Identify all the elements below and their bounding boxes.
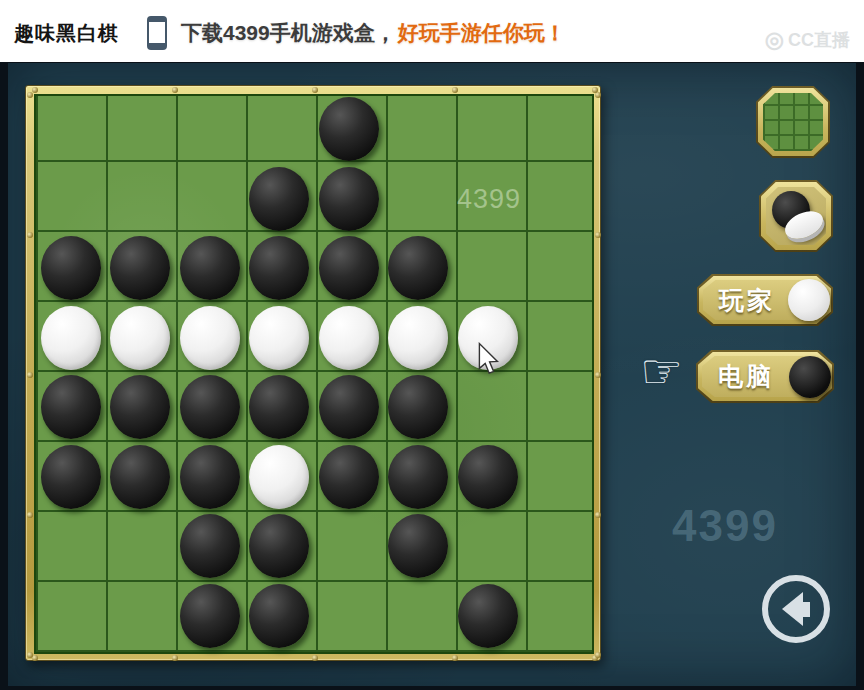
cell-r4c5[interactable]: [314, 305, 384, 375]
frame-rivet: [32, 655, 38, 661]
black-piece: [319, 97, 379, 161]
black-piece: [388, 375, 448, 439]
black-piece: [249, 514, 309, 578]
cell-r3c6[interactable]: [384, 235, 454, 305]
mouse-cursor: [477, 342, 503, 376]
white-piece: [180, 306, 240, 370]
frame-rivet: [27, 652, 33, 658]
cell-r5c8[interactable]: [523, 374, 593, 444]
cell-r8c1[interactable]: [36, 583, 106, 653]
cell-r3c3[interactable]: [175, 235, 245, 305]
othello-board: [34, 94, 594, 654]
cell-r8c4[interactable]: [245, 583, 315, 653]
black-piece: [319, 236, 379, 300]
game-stage: 4399 玩家 ☞ 电脑 4399: [8, 63, 856, 686]
frame-rivet: [172, 87, 178, 93]
cell-r7c8[interactable]: [523, 513, 593, 583]
cell-r7c6[interactable]: [384, 513, 454, 583]
white-piece: [249, 306, 309, 370]
discs-icon: [766, 187, 826, 245]
cell-r6c7[interactable]: [453, 444, 523, 514]
frame-rivet: [172, 655, 178, 661]
cell-r8c2[interactable]: [106, 583, 176, 653]
frame-rivet: [595, 652, 601, 658]
mini-board-icon: [763, 93, 823, 151]
black-piece: [458, 584, 518, 648]
black-piece: [41, 445, 101, 509]
promo-text: 下载4399手机游戏盒，: [181, 19, 396, 47]
black-piece: [249, 236, 309, 300]
black-piece: [249, 375, 309, 439]
cell-r2c1[interactable]: [36, 166, 106, 236]
cell-r3c2[interactable]: [106, 235, 176, 305]
board-frame: 4399: [25, 85, 601, 661]
cell-r1c3[interactable]: [175, 96, 245, 166]
cell-r4c2[interactable]: [106, 305, 176, 375]
frame-rivet: [452, 655, 458, 661]
black-piece: [41, 375, 101, 439]
cell-r1c6[interactable]: [384, 96, 454, 166]
black-piece: [180, 445, 240, 509]
cell-r6c5[interactable]: [314, 444, 384, 514]
cc-live-watermark: ◎ CC直播: [765, 28, 850, 52]
cell-r3c4[interactable]: [245, 235, 315, 305]
top-bar: 趣味黑白棋 下载4399手机游戏盒， 好玩手游任你玩！ ◎ CC直播: [0, 0, 864, 62]
cell-r8c5[interactable]: [314, 583, 384, 653]
frame-rivet: [312, 655, 318, 661]
promo-text-highlight: 好玩手游任你玩！: [398, 19, 566, 47]
frame-rivet: [27, 512, 33, 518]
cell-r2c8[interactable]: [523, 166, 593, 236]
black-piece: [388, 445, 448, 509]
white-piece: [110, 306, 170, 370]
black-piece: [388, 236, 448, 300]
cell-r8c8[interactable]: [523, 583, 593, 653]
computer-button[interactable]: 电脑: [696, 350, 834, 403]
frame-rivet: [27, 92, 33, 98]
frame-rivet: [27, 372, 33, 378]
frame-rivet: [595, 232, 601, 238]
cell-r3c8[interactable]: [523, 235, 593, 305]
cell-r5c5[interactable]: [314, 374, 384, 444]
computer-label: 电脑: [718, 360, 774, 393]
cell-r7c4[interactable]: [245, 513, 315, 583]
frame-rivet: [595, 92, 601, 98]
cell-r8c7[interactable]: [453, 583, 523, 653]
black-piece: [110, 236, 170, 300]
cell-r7c7[interactable]: [453, 513, 523, 583]
white-piece: [41, 306, 101, 370]
player-white-disc-icon: [788, 279, 830, 321]
cell-r2c5[interactable]: [314, 166, 384, 236]
promo-banner[interactable]: 下载4399手机游戏盒， 好玩手游任你玩！: [147, 14, 566, 52]
black-piece: [388, 514, 448, 578]
cell-r2c4[interactable]: [245, 166, 315, 236]
black-piece: [180, 514, 240, 578]
cell-r2c6[interactable]: [384, 166, 454, 236]
board-preview-button[interactable]: [756, 86, 830, 158]
cell-r4c6[interactable]: [384, 305, 454, 375]
white-piece: [319, 306, 379, 370]
cell-r1c4[interactable]: [245, 96, 315, 166]
cell-r1c7[interactable]: [453, 96, 523, 166]
cell-r6c1[interactable]: [36, 444, 106, 514]
player-button[interactable]: 玩家: [697, 274, 833, 326]
black-piece: [110, 445, 170, 509]
cell-r3c5[interactable]: [314, 235, 384, 305]
black-piece: [110, 375, 170, 439]
cell-r5c4[interactable]: [245, 374, 315, 444]
white-piece: [249, 445, 309, 509]
cell-r8c6[interactable]: [384, 583, 454, 653]
cc-logo-text: CC直播: [788, 28, 850, 52]
frame-rivet: [312, 87, 318, 93]
cell-r5c2[interactable]: [106, 374, 176, 444]
pieces-button[interactable]: [759, 180, 833, 252]
cell-r2c3[interactable]: [175, 166, 245, 236]
cell-r7c5[interactable]: [314, 513, 384, 583]
sidebar-watermark: 4399: [645, 501, 805, 551]
cell-r1c5[interactable]: [314, 96, 384, 166]
black-piece: [249, 167, 309, 231]
player-label: 玩家: [719, 284, 775, 317]
black-piece: [249, 584, 309, 648]
black-piece: [319, 167, 379, 231]
board-watermark: 4399: [457, 184, 521, 215]
phone-icon: [147, 16, 167, 50]
cell-r6c2[interactable]: [106, 444, 176, 514]
cell-r6c6[interactable]: [384, 444, 454, 514]
cell-r3c1[interactable]: [36, 235, 106, 305]
cell-r5c7[interactable]: [453, 374, 523, 444]
cell-r2c2[interactable]: [106, 166, 176, 236]
speaker-body: [802, 602, 810, 617]
cell-r7c2[interactable]: [106, 513, 176, 583]
cc-logo-icon: ◎: [765, 29, 784, 51]
cell-r5c6[interactable]: [384, 374, 454, 444]
cell-r4c8[interactable]: [523, 305, 593, 375]
sound-button[interactable]: [762, 575, 830, 643]
speaker-icon: [782, 592, 810, 626]
cell-r5c1[interactable]: [36, 374, 106, 444]
speaker-horn: [782, 592, 803, 626]
cell-r6c3[interactable]: [175, 444, 245, 514]
frame-rivet: [595, 512, 601, 518]
white-piece: [388, 306, 448, 370]
cell-r5c3[interactable]: [175, 374, 245, 444]
frame-rivet: [452, 87, 458, 93]
cell-r4c1[interactable]: [36, 305, 106, 375]
page-title: 趣味黑白棋: [14, 20, 119, 47]
cell-r8c3[interactable]: [175, 583, 245, 653]
black-piece: [319, 445, 379, 509]
black-piece: [180, 375, 240, 439]
cell-r1c2[interactable]: [106, 96, 176, 166]
cell-r1c8[interactable]: [523, 96, 593, 166]
cell-r4c3[interactable]: [175, 305, 245, 375]
frame-rivet: [595, 372, 601, 378]
frame-rivet: [27, 232, 33, 238]
black-piece: [180, 236, 240, 300]
cell-r6c4[interactable]: [245, 444, 315, 514]
black-piece: [458, 445, 518, 509]
cell-r7c1[interactable]: [36, 513, 106, 583]
turn-pointer-hand-icon: ☞: [640, 343, 683, 399]
cell-r1c1[interactable]: [36, 96, 106, 166]
cell-r6c8[interactable]: [523, 444, 593, 514]
computer-black-disc-icon: [789, 356, 831, 398]
cell-r4c4[interactable]: [245, 305, 315, 375]
frame-rivet: [592, 87, 598, 93]
cell-r3c7[interactable]: [453, 235, 523, 305]
frame-rivet: [32, 87, 38, 93]
black-piece: [319, 375, 379, 439]
black-piece: [41, 236, 101, 300]
black-piece: [180, 584, 240, 648]
cell-r7c3[interactable]: [175, 513, 245, 583]
